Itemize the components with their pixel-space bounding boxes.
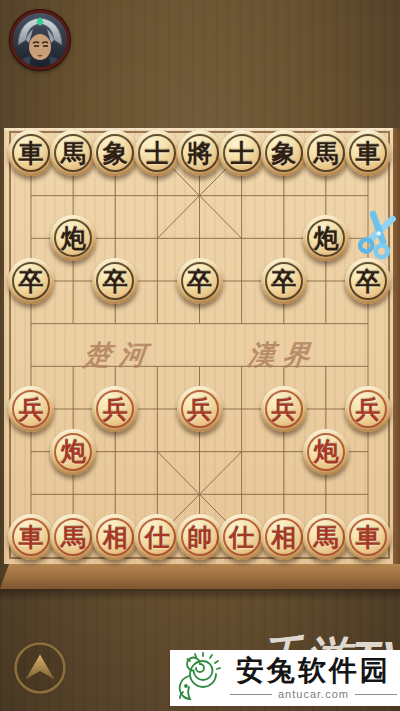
piece-glyph: 卒 (187, 269, 212, 294)
piece-black-horse[interactable]: 馬 (50, 130, 96, 176)
piece-black-soldier[interactable]: 卒 (345, 258, 391, 304)
piece-red-horse[interactable]: 馬 (50, 514, 96, 560)
piece-red-chariot[interactable]: 車 (8, 514, 54, 560)
logo-title: 安兔软件园 (236, 656, 391, 687)
piece-red-cannon[interactable]: 炮 (303, 429, 349, 475)
piece-red-general[interactable]: 帥 (177, 514, 223, 560)
piece-red-soldier[interactable]: 兵 (261, 386, 307, 432)
piece-glyph: 仕 (229, 525, 254, 550)
piece-glyph: 將 (187, 141, 212, 166)
piece-glyph: 炮 (61, 439, 86, 464)
piece-glyph: 馬 (313, 525, 338, 550)
board-right-bevel (393, 128, 400, 589)
piece-black-general[interactable]: 將 (177, 130, 223, 176)
site-logo-box: 安兔软件园 antucar.com (170, 650, 400, 706)
piece-glyph: 帥 (187, 525, 212, 550)
piece-black-elephant[interactable]: 象 (92, 130, 138, 176)
piece-glyph: 相 (271, 525, 296, 550)
piece-glyph: 車 (19, 525, 44, 550)
piece-glyph: 兵 (356, 397, 381, 422)
piece-glyph: 卒 (19, 269, 44, 294)
piece-black-cannon[interactable]: 炮 (303, 215, 349, 261)
piece-glyph: 卒 (103, 269, 128, 294)
piece-glyph: 士 (145, 141, 170, 166)
logo-rule-left (230, 694, 272, 695)
piece-glyph: 車 (356, 525, 381, 550)
scissors-icon[interactable] (358, 210, 400, 262)
chevron-up-icon (13, 641, 67, 695)
piece-red-chariot[interactable]: 車 (345, 514, 391, 560)
piece-glyph: 馬 (313, 141, 338, 166)
piece-glyph: 炮 (313, 439, 338, 464)
piece-glyph: 象 (271, 141, 296, 166)
piece-red-soldier[interactable]: 兵 (345, 386, 391, 432)
piece-glyph: 卒 (271, 269, 296, 294)
piece-glyph: 兵 (271, 397, 296, 422)
piece-glyph: 車 (19, 141, 44, 166)
piece-red-soldier[interactable]: 兵 (92, 386, 138, 432)
piece-black-elephant[interactable]: 象 (261, 130, 307, 176)
board-bottom-bevel (0, 564, 400, 589)
piece-glyph: 卒 (356, 269, 381, 294)
piece-glyph: 車 (356, 141, 381, 166)
piece-black-advisor[interactable]: 士 (219, 130, 265, 176)
piece-glyph: 象 (103, 141, 128, 166)
warrior-avatar-icon (13, 13, 67, 67)
piece-glyph: 炮 (61, 226, 86, 251)
piece-glyph: 炮 (313, 226, 338, 251)
logo-domain[interactable]: antucar.com (278, 688, 349, 700)
piece-black-soldier[interactable]: 卒 (8, 258, 54, 304)
piece-glyph: 相 (103, 525, 128, 550)
piece-red-advisor[interactable]: 仕 (219, 514, 265, 560)
piece-glyph: 兵 (187, 397, 212, 422)
river-label-han-jie: 漢界 (246, 337, 320, 373)
piece-glyph: 馬 (61, 525, 86, 550)
piece-black-chariot[interactable]: 車 (345, 130, 391, 176)
piece-red-elephant[interactable]: 相 (261, 514, 307, 560)
player-avatar[interactable] (10, 10, 70, 70)
piece-black-soldier[interactable]: 卒 (92, 258, 138, 304)
piece-red-cannon[interactable]: 炮 (50, 429, 96, 475)
piece-black-horse[interactable]: 馬 (303, 130, 349, 176)
piece-black-soldier[interactable]: 卒 (261, 258, 307, 304)
piece-red-soldier[interactable]: 兵 (177, 386, 223, 432)
piece-glyph: 兵 (19, 397, 44, 422)
logo-rule-right (355, 694, 397, 695)
piece-glyph: 馬 (61, 141, 86, 166)
piece-glyph: 兵 (103, 397, 128, 422)
board-shadow (0, 589, 400, 601)
expand-up-button[interactable] (13, 641, 67, 695)
piece-red-elephant[interactable]: 相 (92, 514, 138, 560)
xiangqi-board (4, 128, 393, 564)
piece-black-chariot[interactable]: 車 (8, 130, 54, 176)
piece-black-soldier[interactable]: 卒 (177, 258, 223, 304)
river-label-chu-he: 楚河 (82, 337, 156, 373)
piece-glyph: 士 (229, 141, 254, 166)
piece-red-soldier[interactable]: 兵 (8, 386, 54, 432)
piece-glyph: 仕 (145, 525, 170, 550)
piece-red-horse[interactable]: 馬 (303, 514, 349, 560)
ram-logo-icon (172, 652, 228, 704)
